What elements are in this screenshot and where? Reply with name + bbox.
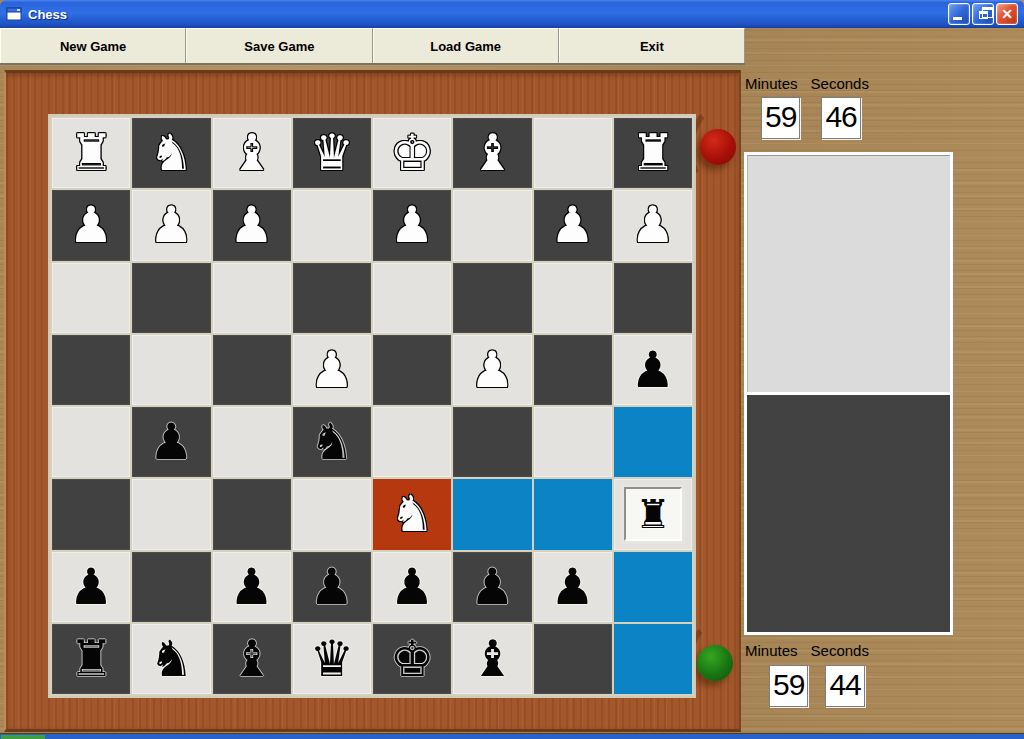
square-d4[interactable]: ♟ [293,335,371,405]
bottom-clock-labels: Minutes Seconds [745,642,869,659]
square-f5[interactable] [453,407,531,477]
square-a7[interactable]: ♟ [52,552,130,622]
top-minutes-label: Minutes [745,75,798,92]
bottom-seconds-label: Seconds [811,642,869,659]
square-b7[interactable] [132,552,210,622]
square-h4[interactable]: ♟ [614,335,692,405]
square-d7[interactable]: ♟ [293,552,371,622]
square-e2[interactable]: ♟ [373,190,451,260]
top-clock: 59 46 [761,97,861,139]
board-frame: ♜♞♝♛♚♝♜♟♟♟♟♟♟♟♟♟♟♞♞♜♟♟♟♟♟♟♜♞♝♛♚♝ [4,70,741,732]
white-pawn-icon: ♟ [309,345,354,395]
black-pawn-icon: ♟ [149,417,194,467]
white-pawn-icon: ♟ [550,200,595,250]
square-g2[interactable]: ♟ [534,190,612,260]
white-pawn-icon: ♟ [470,345,515,395]
square-c7[interactable]: ♟ [213,552,291,622]
square-e6[interactable]: ♞ [373,479,451,549]
square-b4[interactable] [132,335,210,405]
square-a8[interactable]: ♜ [52,624,130,694]
white-turn-indicator-dot [700,129,736,165]
white-rook-icon: ♜ [630,128,675,178]
square-f8[interactable]: ♝ [453,624,531,694]
white-rook-icon: ♜ [69,128,114,178]
black-pawn-icon: ♟ [630,345,675,395]
black-pawn-icon: ♟ [550,562,595,612]
top-seconds-label: Seconds [811,75,869,92]
close-button[interactable]: ✕ [996,3,1018,25]
bottom-seconds-value: 44 [825,665,864,707]
selected-piece-tile[interactable]: ♜ [624,487,682,541]
white-queen-icon: ♛ [309,128,354,178]
square-g1[interactable] [534,118,612,188]
start-button-edge [1,735,45,739]
white-pawn-icon: ♟ [390,200,435,250]
top-seconds-value: 46 [821,97,860,139]
square-h1[interactable]: ♜ [614,118,692,188]
black-turn-indicator-dot [697,645,733,681]
square-g7[interactable]: ♟ [534,552,612,622]
square-f3[interactable] [453,263,531,333]
white-pawn-icon: ♟ [69,200,114,250]
square-b3[interactable] [132,263,210,333]
black-bishop-icon: ♝ [229,634,274,684]
close-icon: ✕ [997,4,1017,24]
white-pawn-icon: ♟ [630,200,675,250]
square-c5[interactable] [213,407,291,477]
white-bishop-icon: ♝ [229,128,274,178]
square-a3[interactable] [52,263,130,333]
square-a6[interactable] [52,479,130,549]
square-e3[interactable] [373,263,451,333]
black-pawn-icon: ♟ [229,562,274,612]
white-pawn-icon: ♟ [149,200,194,250]
exit-button[interactable]: Exit [559,28,745,63]
white-pieces-tray [747,155,950,392]
bottom-minutes-value: 59 [769,665,808,707]
white-bishop-icon: ♝ [470,128,515,178]
black-knight-icon: ♞ [309,417,354,467]
square-f6[interactable] [453,479,531,549]
restore-button[interactable] [972,3,994,25]
square-g3[interactable] [534,263,612,333]
square-f4[interactable]: ♟ [453,335,531,405]
black-rook-icon: ♜ [69,634,114,684]
black-queen-icon: ♛ [309,634,354,684]
square-e7[interactable]: ♟ [373,552,451,622]
restore-icon [979,11,988,19]
square-b5[interactable]: ♟ [132,407,210,477]
title-bar: Chess ✕ [0,0,1024,28]
square-b2[interactable]: ♟ [132,190,210,260]
square-h2[interactable]: ♟ [614,190,692,260]
minimize-button[interactable] [948,3,970,25]
square-h5[interactable] [614,407,692,477]
square-c8[interactable]: ♝ [213,624,291,694]
square-c2[interactable]: ♟ [213,190,291,260]
square-h8[interactable] [614,624,692,694]
square-d5[interactable]: ♞ [293,407,371,477]
square-e8[interactable]: ♚ [373,624,451,694]
white-knight-icon: ♞ [390,489,435,539]
black-pawn-icon: ♟ [69,562,114,612]
black-knight-icon: ♞ [149,634,194,684]
save-game-button[interactable]: Save Game [186,28,372,63]
square-f7[interactable]: ♟ [453,552,531,622]
app-form-icon [6,6,23,22]
square-h7[interactable] [614,552,692,622]
square-f2[interactable] [453,190,531,260]
square-c1[interactable]: ♝ [213,118,291,188]
square-g5[interactable] [534,407,612,477]
taskbar-edge [0,733,1024,739]
black-pawn-icon: ♟ [470,562,515,612]
white-pawn-icon: ♟ [229,200,274,250]
square-g8[interactable] [534,624,612,694]
square-a1[interactable]: ♜ [52,118,130,188]
square-b1[interactable]: ♞ [132,118,210,188]
square-d2[interactable] [293,190,371,260]
square-b6[interactable] [132,479,210,549]
menu-bar: New Game Save Game Load Game Exit [0,28,745,65]
minimize-icon [953,17,962,20]
captured-pieces-panel [744,152,953,635]
top-minutes-value: 59 [761,97,800,139]
square-c4[interactable] [213,335,291,405]
bottom-clock: 59 44 [769,665,865,707]
bottom-minutes-label: Minutes [745,642,798,659]
square-b8[interactable]: ♞ [132,624,210,694]
black-pieces-tray [747,395,950,632]
square-h6[interactable]: ♜ [614,479,692,549]
square-h3[interactable] [614,263,692,333]
window-title: Chess [28,7,67,22]
top-clock-labels: Minutes Seconds [745,75,869,92]
white-knight-icon: ♞ [149,128,194,178]
square-d8[interactable]: ♛ [293,624,371,694]
black-pawn-icon: ♟ [309,562,354,612]
square-c3[interactable] [213,263,291,333]
chess-board: ♜♞♝♛♚♝♜♟♟♟♟♟♟♟♟♟♟♞♞♜♟♟♟♟♟♟♜♞♝♛♚♝ [48,114,696,698]
square-e1[interactable]: ♚ [373,118,451,188]
square-d6[interactable] [293,479,371,549]
white-king-icon: ♚ [390,128,435,178]
square-g6[interactable] [534,479,612,549]
load-game-button[interactable]: Load Game [373,28,559,63]
square-d1[interactable]: ♛ [293,118,371,188]
new-game-button[interactable]: New Game [0,28,186,63]
square-f1[interactable]: ♝ [453,118,531,188]
square-e5[interactable] [373,407,451,477]
square-e4[interactable] [373,335,451,405]
black-king-icon: ♚ [390,634,435,684]
square-c6[interactable] [213,479,291,549]
square-d3[interactable] [293,263,371,333]
black-bishop-icon: ♝ [470,634,515,684]
black-rook-icon: ♜ [635,494,671,534]
square-a4[interactable] [52,335,130,405]
black-pawn-icon: ♟ [390,562,435,612]
square-g4[interactable] [534,335,612,405]
square-a5[interactable] [52,407,130,477]
square-a2[interactable]: ♟ [52,190,130,260]
